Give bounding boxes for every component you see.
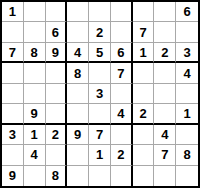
given-digit: 1 xyxy=(96,148,103,161)
cell-r1c8[interactable] xyxy=(154,2,176,22)
cell-r9c7[interactable] xyxy=(133,166,155,186)
given-digit: 1 xyxy=(31,128,38,141)
cell-r7c7[interactable] xyxy=(133,125,155,145)
given-digit: 6 xyxy=(183,5,190,18)
cell-r9c6[interactable] xyxy=(111,166,133,186)
cell-r8c4[interactable] xyxy=(67,145,89,165)
cell-r7c1[interactable]: 3 xyxy=(2,125,24,145)
cell-r1c3[interactable] xyxy=(46,2,68,22)
given-digit: 4 xyxy=(161,128,168,141)
given-digit: 2 xyxy=(117,148,124,161)
cell-r2c4[interactable] xyxy=(67,22,89,42)
given-digit: 3 xyxy=(9,128,16,141)
cell-r4c5[interactable] xyxy=(89,63,111,83)
cell-r1c9[interactable]: 6 xyxy=(176,2,198,22)
cell-r5c6[interactable] xyxy=(111,84,133,104)
cell-r4c6[interactable]: 7 xyxy=(111,63,133,83)
given-digit: 1 xyxy=(9,5,16,18)
given-digit: 8 xyxy=(74,67,81,80)
cell-r4c7[interactable] xyxy=(133,63,155,83)
given-digit: 4 xyxy=(31,148,38,161)
cell-r2c9[interactable] xyxy=(176,22,198,42)
cell-r5c8[interactable] xyxy=(154,84,176,104)
given-digit: 3 xyxy=(183,46,190,59)
given-digit: 2 xyxy=(161,46,168,59)
cell-r7c5[interactable]: 7 xyxy=(89,125,111,145)
given-digit: 4 xyxy=(183,67,190,80)
cell-r8c9[interactable]: 8 xyxy=(176,145,198,165)
cell-r8c2[interactable]: 4 xyxy=(24,145,46,165)
cell-r6c6[interactable]: 4 xyxy=(111,104,133,124)
cell-r2c6[interactable] xyxy=(111,22,133,42)
given-digit: 8 xyxy=(52,169,59,182)
given-digit: 9 xyxy=(31,107,38,120)
cell-r8c1[interactable] xyxy=(2,145,24,165)
cell-r2c5[interactable]: 2 xyxy=(89,22,111,42)
given-digit: 7 xyxy=(96,128,103,141)
cell-r4c3[interactable] xyxy=(46,63,68,83)
given-digit: 8 xyxy=(31,46,38,59)
cell-r2c1[interactable] xyxy=(2,22,24,42)
cell-r1c2[interactable] xyxy=(24,2,46,22)
sudoku-board: 16627789456123874394213129744127898 xyxy=(0,0,200,188)
cell-r2c3[interactable]: 6 xyxy=(46,22,68,42)
cell-r7c4[interactable]: 9 xyxy=(67,125,89,145)
cell-r3c2[interactable]: 8 xyxy=(24,43,46,63)
cell-r1c7[interactable] xyxy=(133,2,155,22)
cell-r3c6[interactable]: 6 xyxy=(111,43,133,63)
given-digit: 7 xyxy=(139,26,146,39)
cell-r1c5[interactable] xyxy=(89,2,111,22)
cell-r4c9[interactable]: 4 xyxy=(176,63,198,83)
cell-r9c2[interactable] xyxy=(24,166,46,186)
given-digit: 4 xyxy=(117,107,124,120)
given-digit: 8 xyxy=(183,148,190,161)
cell-r9c4[interactable] xyxy=(67,166,89,186)
cell-r7c9[interactable] xyxy=(176,125,198,145)
cell-r3c5[interactable]: 5 xyxy=(89,43,111,63)
cell-r6c8[interactable] xyxy=(154,104,176,124)
cell-r2c8[interactable] xyxy=(154,22,176,42)
cell-r7c8[interactable]: 4 xyxy=(154,125,176,145)
cell-r7c3[interactable]: 2 xyxy=(46,125,68,145)
given-digit: 2 xyxy=(96,26,103,39)
cell-r4c1[interactable] xyxy=(2,63,24,83)
cell-r3c9[interactable]: 3 xyxy=(176,43,198,63)
cell-r3c8[interactable]: 2 xyxy=(154,43,176,63)
cell-r6c7[interactable]: 2 xyxy=(133,104,155,124)
cell-r5c2[interactable] xyxy=(24,84,46,104)
given-digit: 6 xyxy=(117,46,124,59)
given-digit: 2 xyxy=(139,107,146,120)
given-digit: 7 xyxy=(117,67,124,80)
given-digit: 9 xyxy=(9,169,16,182)
cell-r3c3[interactable]: 9 xyxy=(46,43,68,63)
given-digit: 2 xyxy=(52,128,59,141)
cell-r8c6[interactable]: 2 xyxy=(111,145,133,165)
given-digit: 3 xyxy=(96,87,103,100)
given-digit: 1 xyxy=(183,107,190,120)
cell-r9c9[interactable] xyxy=(176,166,198,186)
given-digit: 7 xyxy=(161,148,168,161)
cell-r5c3[interactable] xyxy=(46,84,68,104)
cell-r8c3[interactable] xyxy=(46,145,68,165)
given-digit: 7 xyxy=(9,46,16,59)
cell-r8c8[interactable]: 7 xyxy=(154,145,176,165)
cell-r6c1[interactable] xyxy=(2,104,24,124)
cell-r7c2[interactable]: 1 xyxy=(24,125,46,145)
cell-r6c5[interactable] xyxy=(89,104,111,124)
cell-r5c4[interactable] xyxy=(67,84,89,104)
cell-r5c7[interactable] xyxy=(133,84,155,104)
given-digit: 6 xyxy=(52,26,59,39)
cell-r3c1[interactable]: 7 xyxy=(2,43,24,63)
cell-r8c5[interactable]: 1 xyxy=(89,145,111,165)
cell-r7c6[interactable] xyxy=(111,125,133,145)
cell-r4c2[interactable] xyxy=(24,63,46,83)
cell-r5c5[interactable]: 3 xyxy=(89,84,111,104)
cell-r1c4[interactable] xyxy=(67,2,89,22)
cell-r1c6[interactable] xyxy=(111,2,133,22)
cell-r5c9[interactable] xyxy=(176,84,198,104)
given-digit: 5 xyxy=(96,46,103,59)
cell-r6c4[interactable] xyxy=(67,104,89,124)
cell-r4c4[interactable]: 8 xyxy=(67,63,89,83)
cell-r6c3[interactable] xyxy=(46,104,68,124)
given-digit: 9 xyxy=(74,128,81,141)
cell-r2c7[interactable]: 7 xyxy=(133,22,155,42)
cell-r3c7[interactable]: 1 xyxy=(133,43,155,63)
cell-r9c5[interactable] xyxy=(89,166,111,186)
cell-r4c8[interactable] xyxy=(154,63,176,83)
given-digit: 1 xyxy=(139,46,146,59)
cell-r9c3[interactable]: 8 xyxy=(46,166,68,186)
cell-r2c2[interactable] xyxy=(24,22,46,42)
cell-r8c7[interactable] xyxy=(133,145,155,165)
given-digit: 9 xyxy=(52,46,59,59)
cell-r9c8[interactable] xyxy=(154,166,176,186)
cell-r5c1[interactable] xyxy=(2,84,24,104)
cell-r3c4[interactable]: 4 xyxy=(67,43,89,63)
cell-r9c1[interactable]: 9 xyxy=(2,166,24,186)
given-digit: 4 xyxy=(74,46,81,59)
cell-r1c1[interactable]: 1 xyxy=(2,2,24,22)
cell-r6c2[interactable]: 9 xyxy=(24,104,46,124)
cell-r6c9[interactable]: 1 xyxy=(176,104,198,124)
